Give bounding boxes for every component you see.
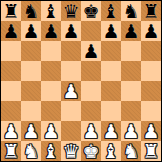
square-e7[interactable]	[81, 21, 101, 41]
square-e5[interactable]	[81, 61, 101, 81]
square-d1[interactable]: ♛	[61, 141, 81, 161]
square-e4[interactable]	[81, 81, 101, 101]
square-a3[interactable]	[1, 101, 21, 121]
square-a4[interactable]	[1, 81, 21, 101]
square-b5[interactable]	[21, 61, 41, 81]
square-a8[interactable]: ♜	[1, 1, 21, 21]
piece-white-knight[interactable]: ♞	[122, 141, 139, 161]
square-c4[interactable]	[41, 81, 61, 101]
square-g3[interactable]	[121, 101, 141, 121]
square-g6[interactable]	[121, 41, 141, 61]
piece-white-pawn[interactable]: ♟	[2, 121, 19, 141]
square-d5[interactable]	[61, 61, 81, 81]
square-c8[interactable]: ♝	[41, 1, 61, 21]
piece-white-pawn[interactable]: ♟	[102, 121, 119, 141]
square-h8[interactable]: ♜	[141, 1, 161, 21]
square-h2[interactable]: ♟	[141, 121, 161, 141]
square-f1[interactable]: ♝	[101, 141, 121, 161]
piece-black-pawn[interactable]: ♟	[82, 41, 99, 61]
piece-white-pawn[interactable]: ♟	[142, 121, 159, 141]
square-b2[interactable]: ♟	[21, 121, 41, 141]
square-h7[interactable]: ♟	[141, 21, 161, 41]
square-d6[interactable]	[61, 41, 81, 61]
chess-board: ♜♞♝♛♚♝♞♜♟♟♟♟♟♟♟♟♟♟♟♟♟♟♟♟♜♞♝♛♚♝♞♜	[0, 0, 162, 162]
square-d4[interactable]: ♟	[61, 81, 81, 101]
square-a7[interactable]: ♟	[1, 21, 21, 41]
piece-black-bishop[interactable]: ♝	[102, 1, 119, 21]
square-f6[interactable]	[101, 41, 121, 61]
square-c2[interactable]: ♟	[41, 121, 61, 141]
piece-white-pawn[interactable]: ♟	[22, 121, 39, 141]
square-b1[interactable]: ♞	[21, 141, 41, 161]
square-b4[interactable]	[21, 81, 41, 101]
square-a6[interactable]	[1, 41, 21, 61]
square-g4[interactable]	[121, 81, 141, 101]
piece-black-bishop[interactable]: ♝	[42, 1, 59, 21]
square-g8[interactable]: ♞	[121, 1, 141, 21]
piece-black-queen[interactable]: ♛	[62, 1, 79, 21]
piece-white-rook[interactable]: ♜	[142, 141, 159, 161]
square-b7[interactable]: ♟	[21, 21, 41, 41]
piece-white-pawn[interactable]: ♟	[62, 81, 79, 101]
square-b3[interactable]	[21, 101, 41, 121]
square-e8[interactable]: ♚	[81, 1, 101, 21]
square-a1[interactable]: ♜	[1, 141, 21, 161]
square-a5[interactable]	[1, 61, 21, 81]
piece-black-pawn[interactable]: ♟	[142, 21, 159, 41]
piece-white-queen[interactable]: ♛	[62, 141, 79, 161]
piece-black-rook[interactable]: ♜	[142, 1, 159, 21]
piece-black-pawn[interactable]: ♟	[42, 21, 59, 41]
square-d7[interactable]: ♟	[61, 21, 81, 41]
piece-black-knight[interactable]: ♞	[22, 1, 39, 21]
square-b6[interactable]	[21, 41, 41, 61]
square-d3[interactable]	[61, 101, 81, 121]
square-e1[interactable]: ♚	[81, 141, 101, 161]
square-a2[interactable]: ♟	[1, 121, 21, 141]
square-c3[interactable]	[41, 101, 61, 121]
square-g5[interactable]	[121, 61, 141, 81]
square-c6[interactable]	[41, 41, 61, 61]
piece-black-rook[interactable]: ♜	[2, 1, 19, 21]
square-f3[interactable]	[101, 101, 121, 121]
square-g1[interactable]: ♞	[121, 141, 141, 161]
square-h3[interactable]	[141, 101, 161, 121]
square-e6[interactable]: ♟	[81, 41, 101, 61]
square-f5[interactable]	[101, 61, 121, 81]
piece-black-king[interactable]: ♚	[82, 1, 99, 21]
square-g7[interactable]: ♟	[121, 21, 141, 41]
piece-white-knight[interactable]: ♞	[22, 141, 39, 161]
square-h5[interactable]	[141, 61, 161, 81]
piece-white-king[interactable]: ♚	[82, 141, 99, 161]
piece-white-pawn[interactable]: ♟	[42, 121, 59, 141]
square-e2[interactable]: ♟	[81, 121, 101, 141]
piece-black-knight[interactable]: ♞	[122, 1, 139, 21]
piece-white-pawn[interactable]: ♟	[122, 121, 139, 141]
piece-white-bishop[interactable]: ♝	[42, 141, 59, 161]
piece-white-pawn[interactable]: ♟	[82, 121, 99, 141]
piece-black-pawn[interactable]: ♟	[62, 21, 79, 41]
square-f4[interactable]	[101, 81, 121, 101]
square-h4[interactable]	[141, 81, 161, 101]
square-h1[interactable]: ♜	[141, 141, 161, 161]
piece-black-pawn[interactable]: ♟	[102, 21, 119, 41]
square-c5[interactable]	[41, 61, 61, 81]
square-b8[interactable]: ♞	[21, 1, 41, 21]
square-h6[interactable]	[141, 41, 161, 61]
square-d8[interactable]: ♛	[61, 1, 81, 21]
piece-white-rook[interactable]: ♜	[2, 141, 19, 161]
square-e3[interactable]	[81, 101, 101, 121]
piece-black-pawn[interactable]: ♟	[122, 21, 139, 41]
square-g2[interactable]: ♟	[121, 121, 141, 141]
piece-black-pawn[interactable]: ♟	[2, 21, 19, 41]
square-c1[interactable]: ♝	[41, 141, 61, 161]
square-d2[interactable]	[61, 121, 81, 141]
square-f7[interactable]: ♟	[101, 21, 121, 41]
square-f2[interactable]: ♟	[101, 121, 121, 141]
square-c7[interactable]: ♟	[41, 21, 61, 41]
piece-white-bishop[interactable]: ♝	[102, 141, 119, 161]
square-f8[interactable]: ♝	[101, 1, 121, 21]
piece-black-pawn[interactable]: ♟	[22, 21, 39, 41]
